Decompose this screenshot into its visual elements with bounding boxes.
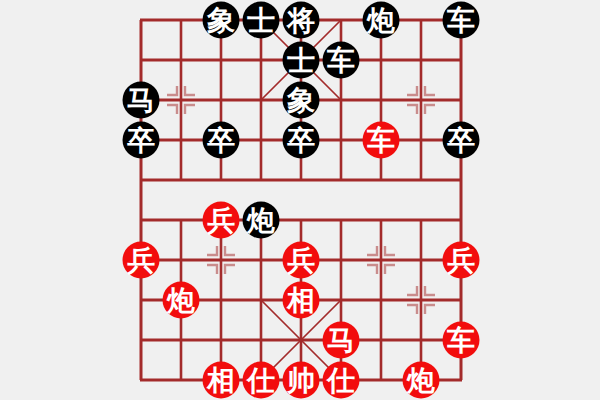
piece-black-3-0[interactable]: 士 bbox=[243, 2, 280, 39]
piece-black-4-1[interactable]: 士 bbox=[283, 42, 320, 79]
piece-red-7-9[interactable]: 炮 bbox=[403, 362, 440, 399]
piece-black-0-3[interactable]: 卒 bbox=[123, 122, 160, 159]
piece-red-8-6[interactable]: 兵 bbox=[443, 242, 480, 279]
piece-red-0-6[interactable]: 兵 bbox=[123, 242, 160, 279]
piece-black-5-1[interactable]: 车 bbox=[323, 42, 360, 79]
piece-red-6-3[interactable]: 车 bbox=[363, 122, 400, 159]
piece-black-8-3[interactable]: 卒 bbox=[443, 122, 480, 159]
piece-black-8-0[interactable]: 车 bbox=[443, 2, 480, 39]
piece-red-1-7[interactable]: 炮 bbox=[163, 282, 200, 319]
piece-red-8-8[interactable]: 车 bbox=[443, 322, 480, 359]
piece-black-4-0[interactable]: 将 bbox=[283, 2, 320, 39]
piece-black-6-0[interactable]: 炮 bbox=[363, 2, 400, 39]
piece-red-5-8[interactable]: 马 bbox=[323, 322, 360, 359]
piece-red-2-9[interactable]: 相 bbox=[203, 362, 240, 399]
piece-red-4-6[interactable]: 兵 bbox=[283, 242, 320, 279]
piece-red-4-7[interactable]: 相 bbox=[283, 282, 320, 319]
piece-black-4-2[interactable]: 象 bbox=[283, 82, 320, 119]
piece-black-2-0[interactable]: 象 bbox=[203, 2, 240, 39]
piece-red-2-5[interactable]: 兵 bbox=[203, 202, 240, 239]
xiangqi-board: 象士将炮车士车马象卒卒卒车卒兵炮兵兵兵炮相马车相仕帅仕炮 bbox=[0, 0, 600, 400]
piece-black-3-5[interactable]: 炮 bbox=[243, 202, 280, 239]
piece-red-4-9[interactable]: 帅 bbox=[283, 362, 320, 399]
piece-black-4-3[interactable]: 卒 bbox=[283, 122, 320, 159]
piece-red-3-9[interactable]: 仕 bbox=[243, 362, 280, 399]
piece-red-5-9[interactable]: 仕 bbox=[323, 362, 360, 399]
piece-black-0-2[interactable]: 马 bbox=[123, 82, 160, 119]
piece-black-2-3[interactable]: 卒 bbox=[203, 122, 240, 159]
